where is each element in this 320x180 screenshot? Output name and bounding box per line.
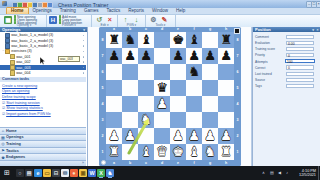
field-label: Last trained bbox=[255, 72, 272, 76]
field-input-correct[interactable]: 0 bbox=[286, 65, 314, 69]
row-marker bbox=[83, 40, 85, 42]
last-move-arrow bbox=[106, 32, 234, 160]
mail-icon[interactable]: ✉ bbox=[61, 169, 69, 177]
left-panel-header: Openings ▾ bbox=[0, 27, 87, 32]
left-panel-menu-button[interactable]: ▾ bbox=[83, 28, 85, 32]
right-panel-menu-button[interactable]: ▾ bbox=[312, 28, 314, 32]
edge-icon[interactable]: e bbox=[34, 169, 42, 177]
taskbar-clock[interactable]: 4:10 PM 12/5/2021 bbox=[299, 169, 316, 178]
right-panel-close-button[interactable]: × bbox=[316, 28, 318, 32]
new-opening-icon[interactable]: ▦ bbox=[4, 16, 12, 24]
rank-label: 4 bbox=[99, 96, 106, 112]
task-view-icon[interactable]: ▤ bbox=[25, 169, 33, 177]
rank-label: 6 bbox=[99, 64, 106, 80]
field-input-source[interactable] bbox=[286, 78, 314, 82]
field-input-last-trained[interactable] bbox=[286, 72, 314, 76]
rank-label: 2 bbox=[234, 128, 241, 144]
rank-label: 8 bbox=[234, 32, 241, 48]
ribbon-tab-help[interactable]: Help bbox=[172, 8, 189, 14]
tray-icon-1[interactable]: ▤ bbox=[270, 170, 274, 175]
photos-icon[interactable]: ▣ bbox=[79, 169, 87, 177]
nav-item-training[interactable]: ◎Training bbox=[0, 141, 86, 148]
rank-label: 1 bbox=[99, 144, 106, 160]
rank-label: 1 bbox=[234, 144, 241, 160]
field-label: Evaluation bbox=[255, 41, 270, 45]
row-marker bbox=[83, 61, 85, 63]
field-label: Correct bbox=[255, 66, 265, 70]
ribbon-tab-games[interactable]: Games bbox=[80, 8, 103, 14]
field-input-attempts[interactable]: 100 bbox=[285, 59, 315, 63]
checkbox-icon: ☑ bbox=[2, 101, 5, 105]
search-icon[interactable]: ○ bbox=[16, 169, 24, 177]
ribbon-tab-reports[interactable]: Reports bbox=[124, 8, 148, 14]
ribbon-tab-openings[interactable]: Openings bbox=[29, 8, 56, 14]
tree-item-label: wac_003 bbox=[16, 66, 30, 70]
checkbox-icon: ☑ bbox=[2, 106, 5, 110]
left-panel-title: Openings bbox=[2, 27, 20, 32]
window-title: Chess Position Trainer bbox=[58, 2, 108, 8]
tray-icon-3[interactable]: ♪ bbox=[286, 170, 288, 175]
merge-icon[interactable]: H bbox=[49, 16, 57, 24]
nav-item-tactics[interactable]: ⚑Tactics bbox=[0, 148, 86, 155]
position-fields: CommentEvaluation0.00Training scorePrior… bbox=[253, 34, 319, 90]
tray-icon-2[interactable]: ◀ bbox=[278, 170, 281, 175]
row-marker bbox=[83, 35, 85, 37]
right-panel: Position ▾ × CommentEvaluation0.00Traini… bbox=[252, 27, 320, 166]
field-label: Tags bbox=[255, 84, 262, 88]
rank-label: 7 bbox=[234, 48, 241, 64]
store-icon[interactable]: ⊟ bbox=[52, 169, 60, 177]
row-marker bbox=[83, 72, 85, 74]
tree-item-label: wac_001 bbox=[16, 55, 30, 59]
rank-labels-left: 87654321 bbox=[99, 32, 106, 160]
right-panel-header: Position ▾ × bbox=[253, 27, 320, 32]
browser-icon[interactable]: ● bbox=[70, 169, 78, 177]
field-input-training-score[interactable] bbox=[286, 47, 314, 51]
field-input-tags[interactable] bbox=[286, 84, 314, 88]
white-side-indicator bbox=[101, 160, 106, 165]
field-label: Priority bbox=[255, 53, 265, 57]
field-row-tags: Tags bbox=[253, 84, 319, 90]
row-marker bbox=[83, 67, 85, 69]
app-icon bbox=[2, 1, 7, 6]
tray-icon-0[interactable]: ∧ bbox=[262, 170, 265, 175]
tree-item-label: exercises (3) bbox=[11, 49, 32, 53]
file-icon bbox=[10, 70, 15, 75]
field-label: Source bbox=[255, 78, 265, 82]
nav-item-endgames[interactable]: ♚Endgames bbox=[0, 154, 86, 161]
field-input-priority[interactable]: 0 bbox=[286, 53, 314, 57]
mouse-cursor bbox=[40, 57, 46, 65]
row-marker bbox=[83, 45, 85, 47]
taskbar: ⊞ ○▤e▭⊟✉●▣WX♞ ∧▤◀♪ 4:10 PM 12/5/2021 bbox=[0, 166, 320, 180]
rank-label: 5 bbox=[99, 80, 106, 96]
field-label: Attempts bbox=[255, 60, 268, 64]
field-label: Training score bbox=[255, 47, 275, 51]
tree-item-label: wac_basic_2_a_model (3) bbox=[11, 39, 53, 43]
black-to-move-indicator bbox=[234, 28, 240, 34]
close-button[interactable]: × bbox=[316, 1, 320, 8]
tasks-section-header: Common tasks bbox=[0, 77, 86, 82]
excel-icon[interactable]: X bbox=[97, 169, 105, 177]
task-link-import-games-from-pgn-file[interactable]: ☑Import games from PGN file bbox=[2, 111, 86, 117]
ribbon-tab-training[interactable]: Training bbox=[56, 8, 80, 14]
ribbon-tab-window[interactable]: Window bbox=[148, 8, 172, 14]
rank-label: 3 bbox=[99, 112, 106, 128]
tree-item-label: wac_basic_3_a_model (3) bbox=[11, 44, 53, 48]
rank-label: 4 bbox=[234, 96, 241, 112]
ribbon-tab-tactics[interactable]: Tactics bbox=[102, 8, 124, 14]
left-panel: Openings ▾ wac_basic_1_a_model (3)wac_ba… bbox=[0, 27, 88, 166]
checkbox-icon: ☑ bbox=[2, 112, 5, 116]
row-marker bbox=[83, 56, 85, 58]
right-panel-title: Position bbox=[255, 27, 271, 32]
chess-app-icon[interactable]: ♞ bbox=[106, 169, 114, 177]
start-button[interactable]: ⊞ bbox=[3, 169, 11, 177]
field-input-evaluation[interactable]: 0.00 bbox=[286, 41, 314, 45]
tree-item-wac_004[interactable]: wac_004 bbox=[0, 70, 86, 75]
rank-label: 8 bbox=[99, 32, 106, 48]
file-explorer-icon[interactable]: ▭ bbox=[43, 169, 51, 177]
opening-tree: wac_basic_1_a_model (3)wac_basic_2_a_mod… bbox=[0, 33, 86, 76]
task-links: Create a new openingOpen an openingDefin… bbox=[2, 83, 86, 117]
nav-item-home[interactable]: ⌂Home bbox=[0, 128, 86, 135]
rank-label: 6 bbox=[234, 64, 241, 80]
ribbon-tab-bar: HomeOpeningsTrainingGamesTacticsReportsW… bbox=[0, 8, 320, 15]
rank-label: 7 bbox=[99, 48, 106, 64]
rank-label: 2 bbox=[99, 128, 106, 144]
tree-tooltip: wac_003 bbox=[58, 56, 80, 63]
rank-label: 3 bbox=[234, 112, 241, 128]
rank-labels-right: 87654321 bbox=[234, 32, 241, 160]
chess-board: abcdefgh abcdefgh 87654321 87654321 ♜♞♝♚… bbox=[99, 27, 241, 166]
nav-item-openings[interactable]: ▦Openings bbox=[0, 135, 86, 142]
tree-item-label: wac_004 bbox=[16, 71, 30, 75]
word-icon[interactable]: W bbox=[88, 169, 96, 177]
clock-date: 12/5/2021 bbox=[299, 173, 316, 178]
field-input-comment[interactable] bbox=[286, 35, 314, 39]
ribbon-tab-home[interactable]: Home bbox=[6, 7, 29, 14]
tree-item-label: wac_basic_1_a_model (3) bbox=[11, 33, 53, 37]
rank-label: 5 bbox=[234, 80, 241, 96]
row-marker bbox=[83, 51, 85, 53]
tree-item-label: wac_002 bbox=[16, 60, 30, 64]
field-label: Comment bbox=[255, 35, 269, 39]
